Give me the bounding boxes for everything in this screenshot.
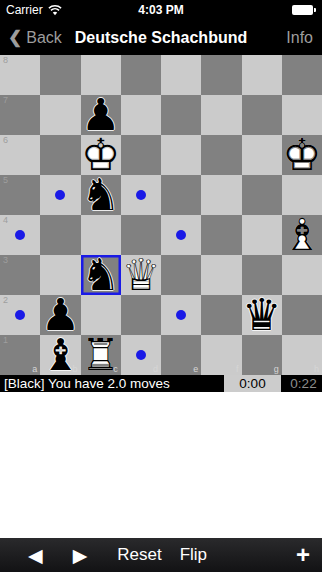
square-f4[interactable] xyxy=(201,215,241,255)
white-rook[interactable]: ♜♖ xyxy=(81,335,121,375)
navigation-bar: Deutsche Schachbund ❮ Back Info xyxy=(0,20,322,55)
square-g7[interactable] xyxy=(242,95,282,135)
square-d8[interactable] xyxy=(121,55,161,95)
square-e7[interactable] xyxy=(161,95,201,135)
square-d1[interactable]: d xyxy=(121,335,161,375)
square-g5[interactable] xyxy=(242,175,282,215)
black-knight[interactable]: ♞ xyxy=(81,175,121,215)
info-button[interactable]: Info xyxy=(286,29,313,47)
square-a5[interactable]: 5 xyxy=(0,175,40,215)
square-b7[interactable] xyxy=(40,95,80,135)
square-b8[interactable] xyxy=(40,55,80,95)
chess-board: 87♟6♚♔♚♔5♞4♝♗3♞♛♕2♟♛1ab♝c♜♖defgh xyxy=(0,55,322,375)
black-knight[interactable]: ♞ xyxy=(81,255,121,295)
square-a7[interactable]: 7 xyxy=(0,95,40,135)
square-a6[interactable]: 6 xyxy=(0,135,40,175)
square-g1[interactable]: g xyxy=(242,335,282,375)
next-move-button[interactable]: ▶ xyxy=(73,546,88,565)
file-label-h: h xyxy=(314,365,319,374)
square-h4[interactable]: ♝♗ xyxy=(282,215,322,255)
square-g2[interactable]: ♛ xyxy=(242,295,282,335)
square-f5[interactable] xyxy=(201,175,241,215)
black-bishop[interactable]: ♝ xyxy=(40,335,80,375)
white-bishop[interactable]: ♝♗ xyxy=(282,215,322,255)
square-f7[interactable] xyxy=(201,95,241,135)
square-e6[interactable] xyxy=(161,135,201,175)
square-g6[interactable] xyxy=(242,135,282,175)
rank-label-6: 6 xyxy=(3,136,8,145)
square-c1[interactable]: c♜♖ xyxy=(81,335,121,375)
clock-time: 4:03 PM xyxy=(0,3,322,17)
back-chevron-icon: ❮ xyxy=(8,29,22,46)
square-a8[interactable]: 8 xyxy=(0,55,40,95)
square-h6[interactable]: ♚♔ xyxy=(282,135,322,175)
piece-glyph: ♞ xyxy=(81,255,121,295)
piece-glyph: ♔ xyxy=(282,135,322,175)
piece-glyph: ♖ xyxy=(81,335,121,375)
move-dot[interactable] xyxy=(136,350,146,360)
square-f6[interactable] xyxy=(201,135,241,175)
square-d5[interactable] xyxy=(121,175,161,215)
white-clock: 0:00 xyxy=(224,375,281,392)
square-h1[interactable]: h xyxy=(282,335,322,375)
square-e3[interactable] xyxy=(161,255,201,295)
square-e1[interactable]: e xyxy=(161,335,201,375)
square-b1[interactable]: b♝ xyxy=(40,335,80,375)
rank-label-1: 1 xyxy=(3,336,8,345)
rank-label-5: 5 xyxy=(3,176,8,185)
rank-label-4: 4 xyxy=(3,216,8,225)
square-f2[interactable] xyxy=(201,295,241,335)
move-dot[interactable] xyxy=(15,230,25,240)
status-bar: Carrier 4:03 PM xyxy=(0,0,322,20)
piece-glyph: ♗ xyxy=(282,215,322,255)
square-e5[interactable] xyxy=(161,175,201,215)
square-f3[interactable] xyxy=(201,255,241,295)
bottom-toolbar: ◀ ▶ Reset Flip + xyxy=(0,538,322,572)
square-e2[interactable] xyxy=(161,295,201,335)
piece-glyph: ♕ xyxy=(121,255,161,295)
square-h2[interactable] xyxy=(282,295,322,335)
square-h8[interactable] xyxy=(282,55,322,95)
square-b6[interactable] xyxy=(40,135,80,175)
square-f1[interactable]: f xyxy=(201,335,241,375)
move-dot[interactable] xyxy=(55,190,65,200)
back-button-label: Back xyxy=(26,29,62,47)
rank-label-2: 2 xyxy=(3,296,8,305)
black-clock: 0:22 xyxy=(285,375,322,392)
rank-label-3: 3 xyxy=(3,256,8,265)
black-queen[interactable]: ♛ xyxy=(242,295,282,335)
piece-glyph: ♞ xyxy=(81,175,121,215)
square-g8[interactable] xyxy=(242,55,282,95)
square-d2[interactable] xyxy=(121,295,161,335)
file-label-a: a xyxy=(32,365,37,374)
square-e8[interactable] xyxy=(161,55,201,95)
piece-glyph: ♝ xyxy=(40,335,80,375)
file-label-f: f xyxy=(236,365,239,374)
back-button[interactable]: ❮ Back xyxy=(8,29,62,47)
square-e4[interactable] xyxy=(161,215,201,255)
square-a1[interactable]: 1a xyxy=(0,335,40,375)
piece-glyph: ♛ xyxy=(242,295,282,335)
square-d6[interactable] xyxy=(121,135,161,175)
square-d3[interactable]: ♛♕ xyxy=(121,255,161,295)
reset-button[interactable]: Reset xyxy=(117,545,161,565)
move-dot[interactable] xyxy=(176,230,186,240)
square-b5[interactable] xyxy=(40,175,80,215)
square-a4[interactable]: 4 xyxy=(0,215,40,255)
white-queen[interactable]: ♛♕ xyxy=(121,255,161,295)
square-h3[interactable] xyxy=(282,255,322,295)
flip-button[interactable]: Flip xyxy=(180,545,207,565)
move-dot[interactable] xyxy=(176,310,186,320)
rank-label-7: 7 xyxy=(3,96,8,105)
add-button[interactable]: + xyxy=(296,543,310,567)
previous-move-button[interactable]: ◀ xyxy=(28,546,43,565)
content-area xyxy=(0,392,322,538)
square-g4[interactable] xyxy=(242,215,282,255)
rank-label-8: 8 xyxy=(3,56,8,65)
file-label-d: d xyxy=(153,365,158,374)
square-c3[interactable]: ♞ xyxy=(81,255,121,295)
square-a3[interactable]: 3 xyxy=(0,255,40,295)
square-c5[interactable]: ♞ xyxy=(81,175,121,215)
square-d7[interactable] xyxy=(121,95,161,135)
square-f8[interactable] xyxy=(201,55,241,95)
move-dot[interactable] xyxy=(15,310,25,320)
app-window: Carrier 4:03 PM Deutsche Schachbund ❮ Ba… xyxy=(0,0,322,572)
file-label-g: g xyxy=(274,365,279,374)
file-label-e: e xyxy=(193,365,198,374)
square-a2[interactable]: 2 xyxy=(0,295,40,335)
white-king[interactable]: ♚♔ xyxy=(282,135,322,175)
square-b4[interactable] xyxy=(40,215,80,255)
move-dot[interactable] xyxy=(136,190,146,200)
